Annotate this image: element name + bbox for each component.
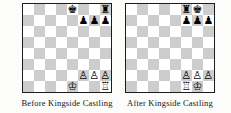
black-pawn-f7: ♟ (78, 15, 89, 26)
square-c3 (148, 59, 159, 70)
square-g6 (192, 26, 203, 37)
square-b4 (137, 48, 148, 59)
square-b1 (137, 81, 148, 92)
square-f1 (78, 81, 89, 92)
square-b6 (137, 26, 148, 37)
square-f5 (78, 37, 89, 48)
square-b7 (137, 15, 148, 26)
square-h5 (100, 37, 111, 48)
white-king-e1: ♔ (67, 81, 78, 92)
white-pawn-g2: ♙ (89, 70, 100, 81)
square-d8 (159, 4, 170, 15)
square-b8 (137, 4, 148, 15)
square-a8 (23, 4, 34, 15)
chessboard-before: ♚♜♟♟♟♙♙♙♔♖ (22, 3, 112, 93)
square-c8 (148, 4, 159, 15)
square-h2: ♙ (203, 70, 214, 81)
square-b1 (34, 81, 45, 92)
white-rook-h1: ♖ (100, 81, 111, 92)
board-after-figure: ♜♚♟♟♟♙♙♙♖♔ After Kingside Castling (125, 3, 215, 93)
square-d1 (159, 81, 170, 92)
square-c7 (148, 15, 159, 26)
square-a7 (23, 15, 34, 26)
square-g1 (89, 81, 100, 92)
square-b4 (34, 48, 45, 59)
square-c5 (148, 37, 159, 48)
square-e1: ♔ (67, 81, 78, 92)
square-e7 (170, 15, 181, 26)
square-d2 (56, 70, 67, 81)
square-a5 (23, 37, 34, 48)
square-e3 (67, 59, 78, 70)
square-c4 (45, 48, 56, 59)
square-a8 (126, 4, 137, 15)
square-g4 (89, 48, 100, 59)
square-a6 (23, 26, 34, 37)
square-g5 (89, 37, 100, 48)
square-f6 (78, 26, 89, 37)
square-g5 (192, 37, 203, 48)
square-c2 (45, 70, 56, 81)
square-g7: ♟ (192, 15, 203, 26)
square-h1 (203, 81, 214, 92)
white-king-g1: ♔ (192, 81, 203, 92)
square-e8: ♚ (67, 4, 78, 15)
square-c1 (148, 81, 159, 92)
square-b5 (34, 37, 45, 48)
square-c1 (45, 81, 56, 92)
square-a2 (23, 70, 34, 81)
square-b3 (34, 59, 45, 70)
square-e4 (67, 48, 78, 59)
black-pawn-g7: ♟ (89, 15, 100, 26)
square-a7 (126, 15, 137, 26)
square-d8 (56, 4, 67, 15)
square-c4 (148, 48, 159, 59)
black-pawn-g7: ♟ (192, 15, 203, 26)
black-king-e8: ♚ (67, 4, 78, 15)
square-a3 (23, 59, 34, 70)
chessboard-after: ♜♚♟♟♟♙♙♙♖♔ (125, 3, 215, 93)
black-pawn-h7: ♟ (203, 15, 214, 26)
square-b5 (137, 37, 148, 48)
square-h7: ♟ (100, 15, 111, 26)
square-f6 (181, 26, 192, 37)
white-pawn-h2: ♙ (203, 70, 214, 81)
square-b7 (34, 15, 45, 26)
square-e7 (67, 15, 78, 26)
square-d3 (56, 59, 67, 70)
square-g1: ♔ (192, 81, 203, 92)
square-f2: ♙ (78, 70, 89, 81)
square-g4 (192, 48, 203, 59)
square-d5 (159, 37, 170, 48)
square-e3 (170, 59, 181, 70)
square-c6 (148, 26, 159, 37)
square-a1 (23, 81, 34, 92)
square-a3 (126, 59, 137, 70)
square-g7: ♟ (89, 15, 100, 26)
square-f1: ♖ (181, 81, 192, 92)
square-d6 (159, 26, 170, 37)
white-pawn-f2: ♙ (78, 70, 89, 81)
square-g2: ♙ (89, 70, 100, 81)
square-e1 (170, 81, 181, 92)
square-a6 (126, 26, 137, 37)
square-c2 (148, 70, 159, 81)
square-f5 (181, 37, 192, 48)
square-b6 (34, 26, 45, 37)
square-e8 (170, 4, 181, 15)
square-d4 (56, 48, 67, 59)
square-b2 (34, 70, 45, 81)
square-a1 (126, 81, 137, 92)
square-f7: ♟ (78, 15, 89, 26)
square-d2 (159, 70, 170, 81)
square-a2 (126, 70, 137, 81)
square-c6 (45, 26, 56, 37)
square-h1: ♖ (100, 81, 111, 92)
square-h6 (203, 26, 214, 37)
square-d5 (56, 37, 67, 48)
board-before-figure: ♚♜♟♟♟♙♙♙♔♖ Before Kingside Castling (22, 3, 112, 93)
square-a4 (23, 48, 34, 59)
square-d4 (159, 48, 170, 59)
square-d7 (56, 15, 67, 26)
caption-after: After Kingside Castling (110, 98, 230, 108)
square-f4 (78, 48, 89, 59)
square-e6 (170, 26, 181, 37)
caption-before: Before Kingside Castling (7, 98, 127, 108)
castling-figure: ♚♜♟♟♟♙♙♙♔♖ Before Kingside Castling ♜♚♟♟… (0, 0, 231, 113)
square-c5 (45, 37, 56, 48)
square-c7 (45, 15, 56, 26)
square-e2 (170, 70, 181, 81)
square-h4 (203, 48, 214, 59)
square-e6 (67, 26, 78, 37)
black-pawn-h7: ♟ (100, 15, 111, 26)
square-h7: ♟ (203, 15, 214, 26)
square-h4 (100, 48, 111, 59)
square-d6 (56, 26, 67, 37)
black-pawn-f7: ♟ (181, 15, 192, 26)
square-b3 (137, 59, 148, 70)
square-f7: ♟ (181, 15, 192, 26)
square-b8 (34, 4, 45, 15)
square-d3 (159, 59, 170, 70)
square-d7 (159, 15, 170, 26)
square-h5 (203, 37, 214, 48)
square-f4 (181, 48, 192, 59)
square-a5 (126, 37, 137, 48)
square-d1 (56, 81, 67, 92)
square-g6 (89, 26, 100, 37)
square-e5 (170, 37, 181, 48)
square-e5 (67, 37, 78, 48)
square-c3 (45, 59, 56, 70)
square-e4 (170, 48, 181, 59)
square-h6 (100, 26, 111, 37)
square-c8 (45, 4, 56, 15)
square-b2 (137, 70, 148, 81)
white-rook-f1: ♖ (181, 81, 192, 92)
square-a4 (126, 48, 137, 59)
